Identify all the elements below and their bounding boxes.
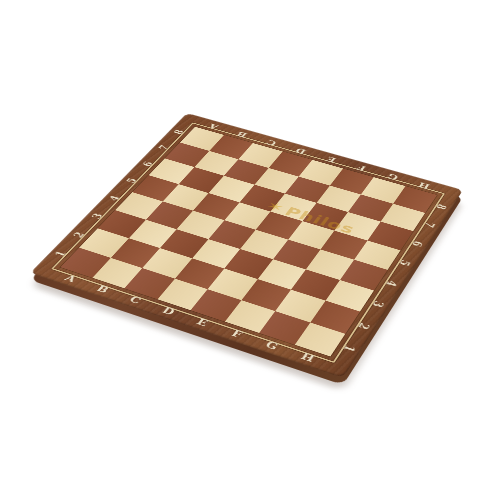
coord-rank-8-left: 8: [172, 129, 185, 136]
coord-rank-5-left: 5: [125, 177, 139, 184]
coord-file-b-bottom: B: [95, 284, 111, 294]
coord-file-f-bottom: F: [230, 329, 244, 340]
coord-file-d-bottom: D: [160, 306, 176, 317]
coord-rank-6-left: 6: [141, 161, 155, 168]
coord-rank-2-right: 2: [356, 321, 372, 330]
coord-file-e-bottom: E: [195, 317, 210, 328]
coord-rank-5-right: 5: [397, 259, 412, 267]
coord-rank-6-right: 6: [410, 240, 425, 248]
coord-file-g-bottom: G: [264, 340, 280, 351]
chess-board: AABBCCDDEEFFGGHH1122334455667788 ✶ Philo…: [30, 113, 463, 378]
coord-file-b-top: B: [236, 130, 249, 138]
coord-rank-2-left: 2: [72, 231, 87, 239]
coord-file-g-top: G: [386, 172, 399, 180]
coord-file-a-top: A: [207, 122, 220, 129]
coord-rank-7-right: 7: [422, 221, 436, 229]
coord-rank-4-left: 4: [108, 195, 122, 202]
coord-rank-7-left: 7: [157, 144, 171, 151]
coord-file-c-top: C: [265, 139, 278, 147]
coord-file-h-top: H: [417, 181, 431, 190]
coord-file-f-top: F: [356, 164, 368, 172]
coord-file-e-top: E: [325, 155, 337, 163]
coord-rank-1-left: 1: [53, 250, 68, 258]
coord-rank-3-right: 3: [370, 300, 385, 309]
coord-rank-4-right: 4: [384, 279, 399, 288]
product-photo-stage: AABBCCDDEEFFGGHH1122334455667788 ✶ Philo…: [0, 0, 500, 500]
coord-rank-1-right: 1: [341, 344, 357, 354]
coord-file-h-bottom: H: [299, 352, 316, 364]
coord-file-c-bottom: C: [128, 295, 143, 305]
coord-file-a-bottom: A: [63, 274, 78, 284]
coord-rank-8-right: 8: [434, 203, 448, 210]
coord-rank-3-left: 3: [90, 212, 105, 220]
coord-file-d-top: D: [294, 147, 308, 155]
